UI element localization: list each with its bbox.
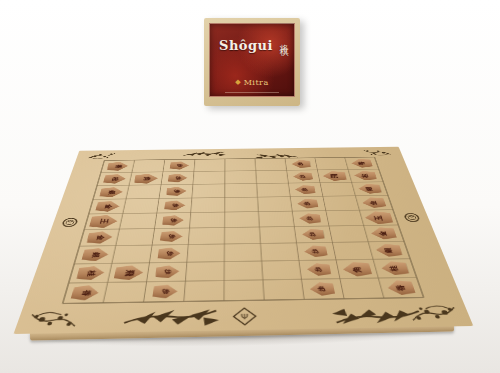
- piece-kanji: 銀: [107, 190, 115, 194]
- bamboo-engraving-bottom-right: [331, 307, 422, 324]
- piece-kanji: 歩: [176, 164, 182, 167]
- grid-line: [375, 157, 424, 297]
- grid-line: [184, 159, 195, 301]
- product-box: Shôgui 将棋 ◆ Mitra: [204, 18, 300, 106]
- scene: Shôgui 将棋 ◆ Mitra: [0, 0, 500, 373]
- piece-kanji: 歩: [302, 188, 309, 192]
- piece-kanji: 歩: [315, 267, 323, 272]
- piece-kanji: 歩: [304, 202, 311, 206]
- piece-kanji: 王: [99, 219, 109, 224]
- piece-kanji: 角: [142, 176, 150, 181]
- piece-kanji: 飛: [330, 174, 338, 178]
- grid-line: [93, 195, 388, 199]
- piece-kanji: 歩: [161, 289, 169, 294]
- center-seal-glyph: Ψ: [241, 312, 249, 321]
- box-fineprint-line: [225, 92, 279, 93]
- piece-kanji: 歩: [307, 216, 314, 220]
- bamboo-engraving-top-left: [183, 152, 225, 157]
- bamboo-engraving-bottom-left: [123, 309, 219, 327]
- grid-line: [63, 297, 424, 303]
- piece-kanji: 歩: [163, 269, 171, 274]
- shogi-board[interactable]: Ψ 香桂銀金王金銀桂香角飛歩歩歩歩歩歩歩歩歩歩歩歩歩歩歩歩歩歩飛角香桂銀金玉金銀…: [13, 147, 473, 334]
- box-label: Shôgui 将棋 ◆ Mitra: [209, 23, 295, 97]
- piece-kanji: 桂: [111, 177, 119, 181]
- box-title-kanji: 将棋: [279, 37, 288, 43]
- piece-kanji: 香: [358, 161, 366, 165]
- brand-row: ◆ Mitra: [210, 78, 294, 87]
- piece-kanji: 歩: [167, 234, 174, 238]
- left-seal-icon: [62, 218, 78, 227]
- brand-diamond-icon: ◆: [235, 79, 240, 86]
- grid-line: [104, 157, 374, 160]
- piece-kanji: 飛: [124, 269, 134, 275]
- piece-kanji: 角: [351, 265, 362, 272]
- piece-kanji: 桂: [86, 270, 96, 276]
- grid-line: [84, 225, 398, 230]
- grid-line: [224, 159, 225, 301]
- grid-line: [255, 159, 264, 301]
- piece-kanji: 金: [379, 231, 388, 236]
- grid-line: [63, 160, 105, 303]
- piece-kanji: 金: [103, 204, 111, 208]
- piece-kanji: 銀: [91, 252, 100, 257]
- piece-kanji: 歩: [173, 189, 179, 193]
- piece-kanji: 歩: [309, 232, 316, 236]
- box-title: Shôgui: [219, 38, 273, 53]
- right-seal-icon: [404, 213, 420, 221]
- piece-kanji: 銀: [365, 187, 373, 191]
- piece-kanji: 桂: [362, 174, 370, 178]
- piece-kanji: 香: [80, 290, 90, 296]
- center-diamond-seal-icon: Ψ: [233, 308, 256, 325]
- piece-kanji: 歩: [312, 249, 320, 254]
- piece-kanji: 金: [95, 235, 104, 240]
- piece-kanji: 銀: [384, 247, 393, 252]
- piece-kanji: 香: [395, 284, 405, 290]
- piece-kanji: 歩: [175, 176, 181, 180]
- piece-kanji: 金: [370, 200, 379, 205]
- piece-kanji: 歩: [298, 162, 304, 165]
- piece-kanji: 玉: [374, 215, 384, 220]
- board-engravings-and-grid: Ψ: [13, 147, 473, 334]
- brand-name: Mitra: [244, 78, 269, 87]
- piece-kanji: 歩: [169, 218, 176, 222]
- piece-kanji: 歩: [300, 175, 307, 179]
- floral-engraving-top-left: [88, 153, 115, 159]
- floral-engraving-top-right: [364, 150, 391, 155]
- piece-kanji: 香: [114, 164, 121, 168]
- piece-kanji: 桂: [390, 265, 400, 271]
- floral-engraving-bottom-left: [28, 312, 78, 327]
- piece-kanji: 歩: [171, 203, 178, 207]
- grid-line: [89, 210, 393, 214]
- piece-kanji: 歩: [318, 286, 326, 292]
- grid-line: [79, 241, 404, 246]
- piece-kanji: 歩: [165, 251, 173, 256]
